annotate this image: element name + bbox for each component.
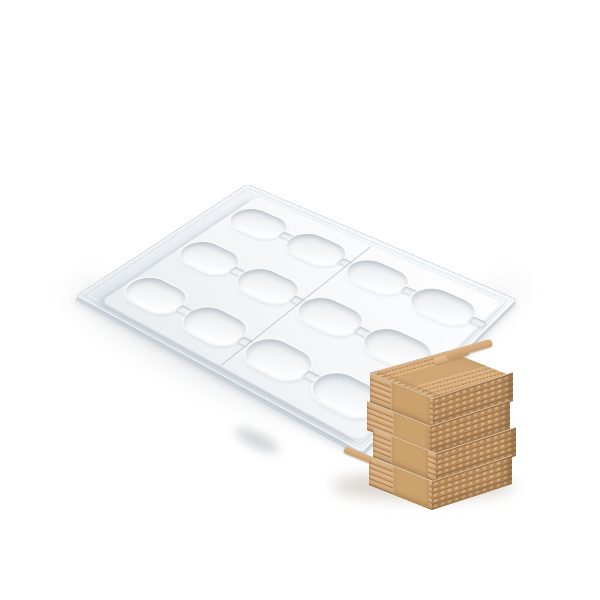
popsicle-stick-stack [345, 340, 520, 500]
product-photo-scene [0, 0, 600, 600]
stick-bundles [345, 340, 520, 500]
mold-corner-shadow [232, 423, 282, 458]
cavity [279, 229, 354, 270]
